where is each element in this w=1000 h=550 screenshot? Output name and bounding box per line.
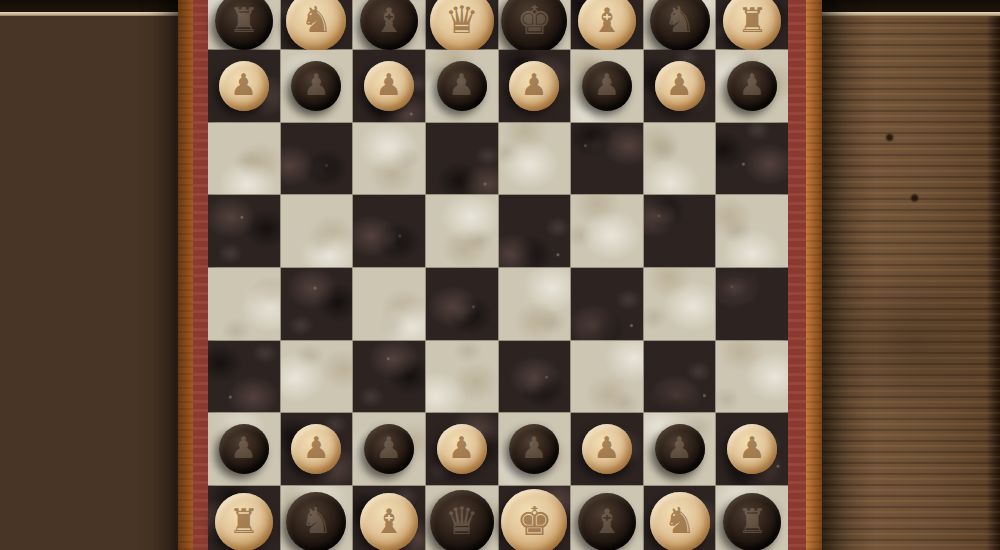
square-c1[interactable]: ♝ bbox=[353, 486, 425, 550]
piece-white-king[interactable]: ♚ bbox=[501, 489, 567, 550]
square-h6[interactable] bbox=[716, 123, 788, 195]
square-b6[interactable] bbox=[281, 123, 353, 195]
square-a2[interactable]: ♟ bbox=[208, 413, 280, 485]
rook-icon: ♜ bbox=[229, 504, 259, 538]
king-icon: ♚ bbox=[516, 0, 552, 40]
piece-black-knight[interactable]: ♞ bbox=[650, 0, 710, 51]
square-h5[interactable] bbox=[716, 195, 788, 267]
chessboard: ♜♞♝♛♚♝♞♜♟♟♟♟♟♟♟♟♟♟♟♟♟♟♟♟♜♞♝♛♚♝♞♜ bbox=[208, 0, 788, 550]
king-icon: ♚ bbox=[516, 501, 552, 541]
bishop-icon: ♝ bbox=[592, 3, 622, 37]
square-d1[interactable]: ♛ bbox=[426, 486, 498, 550]
piece-black-pawn[interactable]: ♟ bbox=[219, 424, 269, 474]
pawn-icon: ♟ bbox=[230, 70, 257, 100]
piece-black-queen[interactable]: ♛ bbox=[430, 490, 494, 550]
square-b5[interactable] bbox=[281, 195, 353, 267]
square-f6[interactable] bbox=[571, 123, 643, 195]
square-e8[interactable]: ♚ bbox=[499, 0, 571, 49]
piece-white-bishop[interactable]: ♝ bbox=[578, 0, 636, 50]
square-g3[interactable] bbox=[644, 341, 716, 413]
piece-black-bishop[interactable]: ♝ bbox=[578, 493, 636, 550]
pawn-icon: ♟ bbox=[448, 433, 475, 463]
wood-plank-right bbox=[822, 0, 1000, 550]
square-g1[interactable]: ♞ bbox=[644, 486, 716, 550]
piece-white-rook[interactable]: ♜ bbox=[215, 493, 273, 550]
piece-black-pawn[interactable]: ♟ bbox=[727, 61, 777, 111]
square-f4[interactable] bbox=[571, 268, 643, 340]
piece-white-queen[interactable]: ♛ bbox=[430, 0, 494, 53]
pawn-icon: ♟ bbox=[666, 433, 693, 463]
square-d3[interactable] bbox=[426, 341, 498, 413]
square-f3[interactable] bbox=[571, 341, 643, 413]
square-a4[interactable] bbox=[208, 268, 280, 340]
piece-black-knight[interactable]: ♞ bbox=[286, 492, 346, 550]
square-a7[interactable]: ♟ bbox=[208, 50, 280, 122]
pawn-icon: ♟ bbox=[739, 70, 766, 100]
square-c5[interactable] bbox=[353, 195, 425, 267]
square-e3[interactable] bbox=[499, 341, 571, 413]
piece-white-pawn[interactable]: ♟ bbox=[219, 61, 269, 111]
square-e5[interactable] bbox=[499, 195, 571, 267]
square-g8[interactable]: ♞ bbox=[644, 0, 716, 49]
square-e7[interactable]: ♟ bbox=[499, 50, 571, 122]
square-g7[interactable]: ♟ bbox=[644, 50, 716, 122]
piece-black-pawn[interactable]: ♟ bbox=[655, 424, 705, 474]
piece-white-pawn[interactable]: ♟ bbox=[582, 424, 632, 474]
square-c6[interactable] bbox=[353, 123, 425, 195]
pawn-icon: ♟ bbox=[521, 433, 548, 463]
piece-white-pawn[interactable]: ♟ bbox=[364, 61, 414, 111]
square-a1[interactable]: ♜ bbox=[208, 486, 280, 550]
knight-icon: ♞ bbox=[663, 2, 695, 38]
piece-black-rook[interactable]: ♜ bbox=[215, 0, 273, 50]
piece-black-bishop[interactable]: ♝ bbox=[360, 0, 418, 50]
queen-icon: ♛ bbox=[445, 502, 479, 540]
square-b8[interactable]: ♞ bbox=[281, 0, 353, 49]
square-b1[interactable]: ♞ bbox=[281, 486, 353, 550]
table-scene: ♜♞♝♛♚♝♞♜♟♟♟♟♟♟♟♟♟♟♟♟♟♟♟♟♜♞♝♛♚♝♞♜ bbox=[0, 0, 1000, 550]
pawn-icon: ♟ bbox=[593, 433, 620, 463]
knight-icon: ♞ bbox=[663, 503, 695, 539]
piece-white-pawn[interactable]: ♟ bbox=[655, 61, 705, 111]
piece-white-pawn[interactable]: ♟ bbox=[291, 424, 341, 474]
bishop-icon: ♝ bbox=[592, 504, 622, 538]
square-e4[interactable] bbox=[499, 268, 571, 340]
square-g2[interactable]: ♟ bbox=[644, 413, 716, 485]
pawn-icon: ♟ bbox=[593, 70, 620, 100]
square-g5[interactable] bbox=[644, 195, 716, 267]
piece-white-pawn[interactable]: ♟ bbox=[509, 61, 559, 111]
square-c7[interactable]: ♟ bbox=[353, 50, 425, 122]
square-d8[interactable]: ♛ bbox=[426, 0, 498, 49]
square-g6[interactable] bbox=[644, 123, 716, 195]
square-a5[interactable] bbox=[208, 195, 280, 267]
square-h4[interactable] bbox=[716, 268, 788, 340]
square-b7[interactable]: ♟ bbox=[281, 50, 353, 122]
piece-black-pawn[interactable]: ♟ bbox=[291, 61, 341, 111]
pawn-icon: ♟ bbox=[666, 70, 693, 100]
rook-icon: ♜ bbox=[737, 3, 767, 37]
piece-black-pawn[interactable]: ♟ bbox=[509, 424, 559, 474]
piece-white-pawn[interactable]: ♟ bbox=[727, 424, 777, 474]
square-a6[interactable] bbox=[208, 123, 280, 195]
square-f8[interactable]: ♝ bbox=[571, 0, 643, 49]
square-d6[interactable] bbox=[426, 123, 498, 195]
chessboard-frame: ♜♞♝♛♚♝♞♜♟♟♟♟♟♟♟♟♟♟♟♟♟♟♟♟♜♞♝♛♚♝♞♜ bbox=[178, 0, 822, 550]
square-h8[interactable]: ♜ bbox=[716, 0, 788, 49]
queen-icon: ♛ bbox=[445, 1, 479, 39]
square-b2[interactable]: ♟ bbox=[281, 413, 353, 485]
pawn-icon: ♟ bbox=[376, 433, 403, 463]
square-h3[interactable] bbox=[716, 341, 788, 413]
pawn-icon: ♟ bbox=[230, 433, 257, 463]
rook-icon: ♜ bbox=[737, 504, 767, 538]
square-c3[interactable] bbox=[353, 341, 425, 413]
square-g4[interactable] bbox=[644, 268, 716, 340]
square-d5[interactable] bbox=[426, 195, 498, 267]
rook-icon: ♜ bbox=[229, 3, 259, 37]
square-b3[interactable] bbox=[281, 341, 353, 413]
piece-white-knight[interactable]: ♞ bbox=[650, 492, 710, 550]
wood-plank-left bbox=[0, 0, 178, 550]
piece-black-king[interactable]: ♚ bbox=[501, 0, 567, 54]
square-b4[interactable] bbox=[281, 268, 353, 340]
piece-white-pawn[interactable]: ♟ bbox=[437, 424, 487, 474]
square-h7[interactable]: ♟ bbox=[716, 50, 788, 122]
square-c8[interactable]: ♝ bbox=[353, 0, 425, 49]
piece-white-bishop[interactable]: ♝ bbox=[360, 493, 418, 550]
square-a8[interactable]: ♜ bbox=[208, 0, 280, 49]
square-d7[interactable]: ♟ bbox=[426, 50, 498, 122]
knight-icon: ♞ bbox=[300, 2, 332, 38]
piece-black-pawn[interactable]: ♟ bbox=[364, 424, 414, 474]
square-a3[interactable] bbox=[208, 341, 280, 413]
square-d4[interactable] bbox=[426, 268, 498, 340]
piece-white-rook[interactable]: ♜ bbox=[723, 0, 781, 50]
piece-white-knight[interactable]: ♞ bbox=[286, 0, 346, 51]
square-h2[interactable]: ♟ bbox=[716, 413, 788, 485]
pawn-icon: ♟ bbox=[448, 70, 475, 100]
pawn-icon: ♟ bbox=[521, 70, 548, 100]
square-f2[interactable]: ♟ bbox=[571, 413, 643, 485]
pawn-icon: ♟ bbox=[376, 70, 403, 100]
piece-black-pawn[interactable]: ♟ bbox=[582, 61, 632, 111]
square-f5[interactable] bbox=[571, 195, 643, 267]
piece-black-pawn[interactable]: ♟ bbox=[437, 61, 487, 111]
square-e1[interactable]: ♚ bbox=[499, 486, 571, 550]
square-e6[interactable] bbox=[499, 123, 571, 195]
square-f7[interactable]: ♟ bbox=[571, 50, 643, 122]
square-f1[interactable]: ♝ bbox=[571, 486, 643, 550]
pawn-icon: ♟ bbox=[739, 433, 766, 463]
pawn-icon: ♟ bbox=[303, 433, 330, 463]
square-c2[interactable]: ♟ bbox=[353, 413, 425, 485]
square-h1[interactable]: ♜ bbox=[716, 486, 788, 550]
piece-black-rook[interactable]: ♜ bbox=[723, 493, 781, 550]
pawn-icon: ♟ bbox=[303, 70, 330, 100]
bishop-icon: ♝ bbox=[374, 504, 404, 538]
square-d2[interactable]: ♟ bbox=[426, 413, 498, 485]
bishop-icon: ♝ bbox=[374, 3, 404, 37]
square-c4[interactable] bbox=[353, 268, 425, 340]
square-e2[interactable]: ♟ bbox=[499, 413, 571, 485]
knight-icon: ♞ bbox=[300, 503, 332, 539]
